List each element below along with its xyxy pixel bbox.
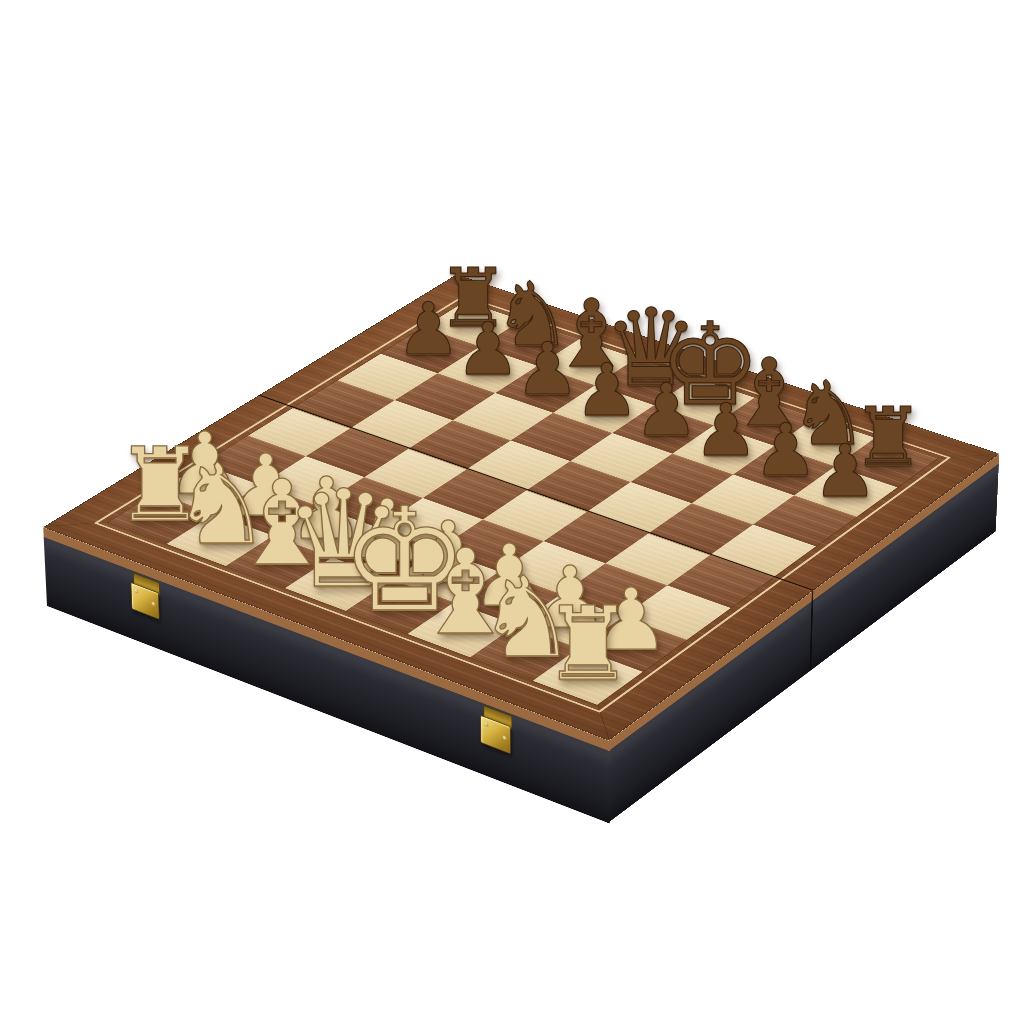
square-g1	[470, 625, 579, 681]
square-e3	[438, 519, 544, 571]
square-f2	[454, 571, 561, 625]
brass-clasp-right	[480, 704, 514, 756]
square-h6	[753, 495, 857, 546]
square-c2	[273, 506, 379, 558]
square-e4	[483, 490, 587, 541]
square-f1	[407, 602, 515, 657]
square-a1	[108, 493, 213, 544]
square-f3	[499, 541, 605, 594]
square-c1	[225, 536, 332, 589]
clasp-screw	[484, 721, 488, 727]
side-fold-seam	[810, 590, 814, 670]
clasp-screw	[135, 588, 139, 594]
brass-clasp-left	[130, 571, 162, 621]
square-g2	[516, 594, 624, 649]
square-g4	[605, 533, 711, 585]
board-scene	[159, 122, 895, 858]
square-g3	[561, 563, 668, 617]
square-h4	[668, 555, 774, 608]
square-b1	[166, 514, 272, 566]
square-h2	[579, 617, 687, 672]
square-d2	[332, 527, 438, 579]
chess-set-photo[interactable]: ♜♞♝♛♚♝♞♜♟♟♟♟♟♟♟♟♟♟♟♟♟♟♟♟♜♞♝♛♚♝♞♜	[0, 0, 1024, 1024]
square-h1	[533, 648, 643, 704]
square-h5	[711, 525, 816, 577]
square-e2	[392, 549, 499, 602]
square-e1	[346, 580, 454, 634]
chess-board	[43, 274, 999, 740]
square-d1	[285, 558, 392, 611]
square-h3	[624, 585, 731, 639]
clasp-screw	[152, 601, 156, 607]
square-f4	[544, 511, 649, 563]
clasp-screw	[502, 735, 506, 741]
